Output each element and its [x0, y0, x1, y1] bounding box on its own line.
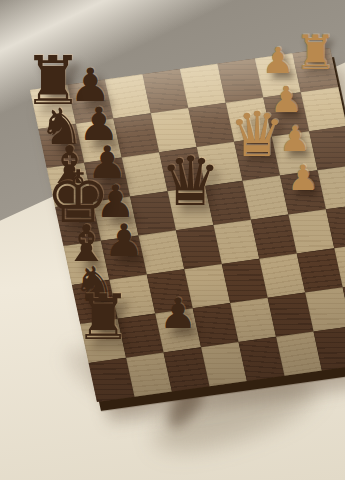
- square-g2: [305, 287, 345, 331]
- square-b1: [301, 87, 345, 131]
- chess-photo-scene: ♜♞♝♚♝♞♜♟♟♟♟♟♟♛♛♟♟♟♟♜: [0, 0, 345, 480]
- square-a1: [292, 48, 338, 92]
